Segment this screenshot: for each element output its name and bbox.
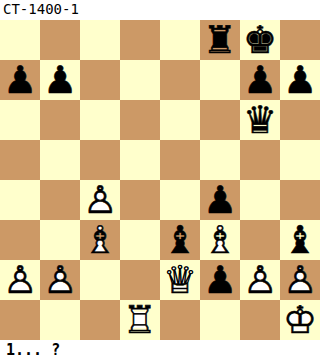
square-g3[interactable] [240,220,280,260]
square-a3[interactable] [0,220,40,260]
square-g8[interactable]: ♚ [240,20,280,60]
square-g4[interactable] [240,180,280,220]
piece-white-rook: ♜ [120,300,160,340]
square-f6[interactable] [200,100,240,140]
square-h6[interactable] [280,100,320,140]
square-f7[interactable] [200,60,240,100]
piece-white-pawn: ♟ [280,260,320,300]
square-g2[interactable]: ♟ [240,260,280,300]
piece-white-bishop: ♝ [80,220,120,260]
piece-black-bishop: ♝ [160,220,200,260]
piece-black-pawn: ♟ [200,180,240,220]
square-d7[interactable] [120,60,160,100]
piece-white-bishop: ♝ [200,220,240,260]
move-prompt: 1... ? [0,340,320,360]
piece-black-king: ♚ [240,20,280,60]
piece-black-bishop: ♝ [280,220,320,260]
square-c4[interactable]: ♟ [80,180,120,220]
square-b1[interactable] [40,300,80,340]
square-d1[interactable]: ♜ [120,300,160,340]
square-e1[interactable] [160,300,200,340]
square-h4[interactable] [280,180,320,220]
piece-white-pawn: ♟ [240,260,280,300]
square-g5[interactable] [240,140,280,180]
piece-white-king: ♚ [280,300,320,340]
square-f5[interactable] [200,140,240,180]
square-g7[interactable]: ♟ [240,60,280,100]
square-d8[interactable] [120,20,160,60]
square-g6[interactable]: ♛ [240,100,280,140]
square-c6[interactable] [80,100,120,140]
square-d6[interactable] [120,100,160,140]
square-h8[interactable] [280,20,320,60]
piece-black-pawn: ♟ [0,60,40,100]
square-e3[interactable]: ♝ [160,220,200,260]
square-e2[interactable]: ♛ [160,260,200,300]
square-d4[interactable] [120,180,160,220]
piece-black-pawn: ♟ [200,260,240,300]
piece-black-pawn: ♟ [280,60,320,100]
square-a7[interactable]: ♟ [0,60,40,100]
piece-black-queen: ♛ [240,100,280,140]
square-a1[interactable] [0,300,40,340]
chess-puzzle-window: CT-1400-1 ♜♚♟♟♟♟♛♟♟♝♝♝♝♟♟♛♟♟♟♜♚ 1... ? [0,0,320,360]
square-e8[interactable] [160,20,200,60]
piece-white-pawn: ♟ [40,260,80,300]
square-f2[interactable]: ♟ [200,260,240,300]
square-e6[interactable] [160,100,200,140]
piece-white-pawn: ♟ [80,180,120,220]
piece-black-pawn: ♟ [40,60,80,100]
chess-board: ♜♚♟♟♟♟♛♟♟♝♝♝♝♟♟♛♟♟♟♜♚ [0,20,320,340]
square-e4[interactable] [160,180,200,220]
square-c8[interactable] [80,20,120,60]
square-c3[interactable]: ♝ [80,220,120,260]
piece-white-queen: ♛ [160,260,200,300]
square-h7[interactable]: ♟ [280,60,320,100]
square-c1[interactable] [80,300,120,340]
square-b2[interactable]: ♟ [40,260,80,300]
puzzle-title: CT-1400-1 [0,0,320,20]
piece-black-pawn: ♟ [240,60,280,100]
square-c2[interactable] [80,260,120,300]
square-b7[interactable]: ♟ [40,60,80,100]
square-a5[interactable] [0,140,40,180]
square-h3[interactable]: ♝ [280,220,320,260]
square-b6[interactable] [40,100,80,140]
square-e5[interactable] [160,140,200,180]
square-h2[interactable]: ♟ [280,260,320,300]
square-b3[interactable] [40,220,80,260]
square-g1[interactable] [240,300,280,340]
square-c5[interactable] [80,140,120,180]
piece-black-rook: ♜ [200,20,240,60]
square-b4[interactable] [40,180,80,220]
square-h1[interactable]: ♚ [280,300,320,340]
square-d2[interactable] [120,260,160,300]
square-f3[interactable]: ♝ [200,220,240,260]
square-a4[interactable] [0,180,40,220]
square-e7[interactable] [160,60,200,100]
square-f8[interactable]: ♜ [200,20,240,60]
piece-white-pawn: ♟ [0,260,40,300]
square-f1[interactable] [200,300,240,340]
square-b5[interactable] [40,140,80,180]
square-a6[interactable] [0,100,40,140]
square-c7[interactable] [80,60,120,100]
square-f4[interactable]: ♟ [200,180,240,220]
square-a8[interactable] [0,20,40,60]
square-d5[interactable] [120,140,160,180]
square-d3[interactable] [120,220,160,260]
square-h5[interactable] [280,140,320,180]
square-a2[interactable]: ♟ [0,260,40,300]
square-b8[interactable] [40,20,80,60]
